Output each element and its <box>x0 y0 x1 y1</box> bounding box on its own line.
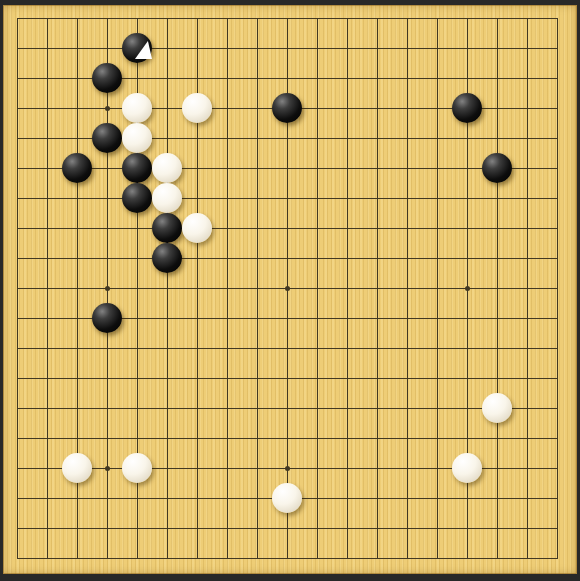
black-stone <box>482 153 512 183</box>
white-stone <box>182 213 212 243</box>
black-stone <box>92 63 122 93</box>
white-stone <box>122 123 152 153</box>
star-point <box>465 286 470 291</box>
black-stone <box>152 213 182 243</box>
black-stone <box>452 93 482 123</box>
white-stone <box>152 183 182 213</box>
star-point <box>285 466 290 471</box>
star-point <box>105 106 110 111</box>
white-stone <box>182 93 212 123</box>
black-stone <box>272 93 302 123</box>
white-stone <box>272 483 302 513</box>
white-stone <box>152 153 182 183</box>
white-stone <box>122 93 152 123</box>
window-frame <box>0 0 580 581</box>
star-point <box>105 286 110 291</box>
go-board[interactable] <box>3 5 577 574</box>
white-stone <box>452 453 482 483</box>
star-point <box>105 466 110 471</box>
star-point <box>285 286 290 291</box>
white-stone <box>482 393 512 423</box>
black-stone <box>92 123 122 153</box>
black-stone <box>62 153 92 183</box>
black-stone <box>152 243 182 273</box>
white-stone <box>122 453 152 483</box>
white-stone <box>62 453 92 483</box>
black-stone <box>122 183 152 213</box>
black-stone <box>92 303 122 333</box>
black-stone <box>122 153 152 183</box>
